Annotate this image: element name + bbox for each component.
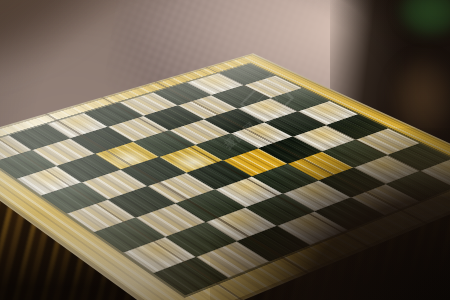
photo-scene: 摄图网 <box>0 0 450 300</box>
watermark-diamond-inner <box>256 90 278 112</box>
vignette-overlay <box>0 0 450 300</box>
watermark: 摄图网 <box>240 80 310 160</box>
